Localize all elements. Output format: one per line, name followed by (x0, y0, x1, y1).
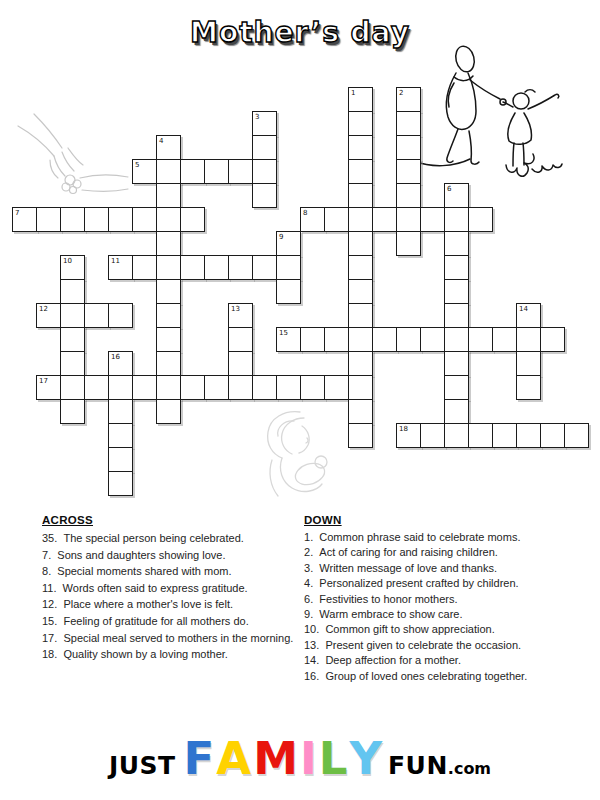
grid-cell[interactable] (156, 183, 181, 208)
grid-cell[interactable] (348, 327, 373, 352)
clue-item: 3Written message of love and thanks. (304, 561, 582, 576)
grid-cell[interactable] (228, 375, 253, 400)
grid-cell[interactable] (204, 375, 229, 400)
grid-cell[interactable] (300, 327, 325, 352)
grid-cell[interactable] (84, 207, 109, 232)
clue-text: Festivities to honor mothers. (319, 593, 457, 605)
clue-number: 18 (42, 648, 63, 660)
grid-cell[interactable] (180, 255, 205, 280)
grid-cell[interactable] (348, 183, 373, 208)
grid-cell[interactable] (324, 327, 349, 352)
grid-cell[interactable] (348, 375, 373, 400)
logo-family-letter: L (319, 736, 348, 781)
grid-cell[interactable] (324, 375, 349, 400)
clue-text: Special meal served to mothers in the mo… (63, 632, 293, 644)
grid-cell[interactable] (60, 303, 85, 328)
clue-number: 11 (42, 582, 63, 594)
grid-cell[interactable] (84, 303, 109, 328)
grid-cell[interactable] (396, 135, 421, 160)
grid-cell[interactable] (180, 159, 205, 184)
clue-number: 10 (304, 623, 325, 635)
clue-number: 35 (42, 532, 63, 544)
grid-cell[interactable] (60, 375, 85, 400)
grid-cell[interactable] (420, 327, 445, 352)
grid-cell[interactable] (252, 183, 277, 208)
grid-cell[interactable] (348, 111, 373, 136)
grid-cell[interactable] (348, 87, 373, 112)
logo-family-letter: I (300, 736, 317, 781)
grid-cell[interactable] (132, 375, 157, 400)
clue-item: 16Group of loved ones celebrating togeth… (304, 669, 582, 684)
grid-cell[interactable] (228, 351, 253, 376)
grid-cell[interactable] (348, 231, 373, 256)
grid-cell[interactable] (444, 231, 469, 256)
grid-cell[interactable] (108, 471, 133, 496)
clue-number: 6 (304, 593, 319, 605)
grid-cell[interactable] (276, 231, 301, 256)
grid-cell[interactable] (348, 423, 373, 448)
grid-cell[interactable] (348, 135, 373, 160)
clue-item: 9Warm embrace to show care. (304, 607, 582, 622)
grid-cell[interactable] (396, 159, 421, 184)
logo-com: .com (448, 759, 491, 778)
clue-item: 35The special person being celebrated. (42, 530, 304, 547)
grid-cell[interactable] (396, 183, 421, 208)
clue-item: 12Place where a mother's love is felt. (42, 596, 304, 613)
grid-cell[interactable] (204, 159, 229, 184)
grid-cell[interactable] (156, 231, 181, 256)
grid-cell[interactable] (468, 327, 493, 352)
logo-family-letter: F (184, 736, 215, 781)
grid-cell[interactable] (108, 375, 133, 400)
down-clues: DOWN 1Common phrase said to celebrate mo… (304, 514, 582, 684)
clue-text: Place where a mother's love is felt. (63, 598, 233, 610)
grid-cell[interactable] (348, 255, 373, 280)
grid-cell[interactable] (60, 351, 85, 376)
grid-cell[interactable] (540, 327, 565, 352)
clue-text: Special moments shared with mom. (57, 565, 231, 577)
clue-text: Common gift to show appreciation. (325, 623, 494, 635)
grid-cell[interactable] (156, 207, 181, 232)
grid-cell[interactable] (108, 447, 133, 472)
grid-cell[interactable] (36, 303, 61, 328)
grid-cell[interactable] (60, 327, 85, 352)
grid-cell[interactable] (276, 279, 301, 304)
grid-cell[interactable] (36, 207, 61, 232)
down-heading: DOWN (304, 514, 582, 526)
grid-cell[interactable] (396, 207, 421, 232)
clue-number: 2 (304, 546, 319, 558)
grid-cell[interactable] (276, 255, 301, 280)
grid-cell[interactable] (348, 399, 373, 424)
grid-cell[interactable] (156, 351, 181, 376)
grid-cell[interactable] (108, 207, 133, 232)
grid-cell[interactable] (204, 255, 229, 280)
grid-cell[interactable] (444, 303, 469, 328)
grid-cell[interactable] (108, 255, 133, 280)
grid-cell[interactable] (348, 303, 373, 328)
grid-cell[interactable] (420, 207, 445, 232)
grid-cell[interactable] (444, 207, 469, 232)
clue-item: 7Sons and daughters showing love. (42, 547, 304, 564)
grid-cell[interactable] (300, 207, 325, 232)
clue-number: 3 (304, 562, 319, 574)
logo-fun: FUN (388, 751, 448, 780)
clue-number: 17 (42, 632, 63, 644)
grid-cell[interactable] (60, 279, 85, 304)
grid-cell[interactable] (156, 375, 181, 400)
clue-item: 14Deep affection for a mother. (304, 653, 582, 668)
clue-text: Warm embrace to show care. (319, 608, 462, 620)
grid-cell[interactable] (228, 255, 253, 280)
grid-cell[interactable] (276, 327, 301, 352)
grid-cell[interactable] (252, 375, 277, 400)
grid-cell[interactable] (156, 327, 181, 352)
clue-item: 11Words often said to express gratitude. (42, 580, 304, 597)
grid-cell[interactable] (252, 111, 277, 136)
grid-cell[interactable] (156, 303, 181, 328)
grid-cell[interactable] (444, 375, 469, 400)
grid-cell[interactable] (108, 303, 133, 328)
logo-family-letter: M (253, 736, 298, 781)
grid-cell[interactable] (444, 423, 469, 448)
clue-number: 16 (304, 670, 325, 682)
clue-item: 10Common gift to show appreciation. (304, 622, 582, 637)
grid-cell[interactable] (396, 327, 421, 352)
grid-cell[interactable] (156, 255, 181, 280)
grid-cell[interactable] (132, 207, 157, 232)
grid-cell[interactable] (228, 303, 253, 328)
grid-cell[interactable] (444, 351, 469, 376)
clue-text: Feeling of gratitude for all mothers do. (63, 615, 248, 627)
grid-cell[interactable] (36, 375, 61, 400)
grid-cell[interactable] (156, 399, 181, 424)
clue-text: Common phrase said to celebrate moms. (319, 531, 520, 543)
clue-text: Personalized present crafted by children… (319, 577, 518, 589)
clue-number: 15 (42, 615, 63, 627)
grid-cell[interactable] (396, 231, 421, 256)
grid-cell[interactable] (60, 207, 85, 232)
grid-cell[interactable] (108, 399, 133, 424)
grid-cell[interactable] (156, 135, 181, 160)
grid-cell[interactable] (348, 159, 373, 184)
clue-item: 2Act of caring for and raising children. (304, 545, 582, 560)
clue-text: Sons and daughters showing love. (57, 549, 225, 561)
grid-cell[interactable] (252, 159, 277, 184)
clue-text: Deep affection for a mother. (325, 654, 461, 666)
clue-item: 13Present given to celebrate the occasio… (304, 638, 582, 653)
across-clue-list: 35The special person being celebrated. 7… (42, 530, 304, 663)
logo-family-letter: Y (349, 736, 382, 781)
grid-cell[interactable] (60, 399, 85, 424)
clue-number: 13 (304, 639, 325, 651)
grid-cell[interactable] (396, 87, 421, 112)
grid-cell[interactable] (396, 423, 421, 448)
grid-cell[interactable] (516, 351, 541, 376)
grid-cell[interactable] (516, 375, 541, 400)
grid-cell[interactable] (516, 303, 541, 328)
clue-text: Present given to celebrate the occasion. (325, 639, 521, 651)
clue-lists: ACROSS 35The special person being celebr… (42, 514, 582, 684)
grid-cell[interactable] (444, 327, 469, 352)
grid-cell[interactable] (180, 207, 205, 232)
grid-cell[interactable] (108, 423, 133, 448)
grid-cell[interactable] (252, 255, 277, 280)
grid-cell[interactable] (60, 255, 85, 280)
grid-cell[interactable] (516, 423, 541, 448)
grid-cell[interactable] (396, 111, 421, 136)
grid-cell[interactable] (372, 207, 397, 232)
clue-text: The special person being celebrated. (63, 532, 243, 544)
grid-cell[interactable] (132, 159, 157, 184)
grid-cell[interactable] (420, 423, 445, 448)
grid-cell[interactable] (84, 375, 109, 400)
site-logo: JUST F A M I L Y FUN .com (0, 736, 600, 781)
clue-item: 6Festivities to honor mothers. (304, 592, 582, 607)
grid-cell[interactable] (228, 327, 253, 352)
grid-cell[interactable] (180, 375, 205, 400)
grid-cell[interactable] (132, 255, 157, 280)
clue-item: 1Common phrase said to celebrate moms. (304, 530, 582, 545)
grid-cell[interactable] (276, 375, 301, 400)
clue-item: 4Personalized present crafted by childre… (304, 576, 582, 591)
clue-text: Act of caring for and raising children. (319, 546, 498, 558)
clue-number: 1 (304, 531, 319, 543)
clue-text: Quality shown by a loving mother. (63, 648, 227, 660)
grid-cell[interactable] (252, 135, 277, 160)
grid-cell[interactable] (156, 279, 181, 304)
grid-cell[interactable] (444, 183, 469, 208)
logo-just: JUST (109, 751, 176, 780)
down-clue-list: 1Common phrase said to celebrate moms. 2… (304, 530, 582, 684)
grid-cell[interactable] (444, 399, 469, 424)
crossword-grid: 123456789101112131415161718 (12, 87, 590, 497)
grid-cell[interactable] (468, 423, 493, 448)
grid-cell[interactable] (444, 255, 469, 280)
grid-cell[interactable] (300, 375, 325, 400)
grid-cell[interactable] (108, 351, 133, 376)
across-heading: ACROSS (42, 514, 304, 526)
grid-cell[interactable] (492, 327, 517, 352)
clue-text: Words often said to express gratitude. (63, 582, 248, 594)
grid-cell[interactable] (564, 423, 589, 448)
clue-number: 8 (42, 565, 57, 577)
grid-cell[interactable] (468, 207, 493, 232)
grid-cell[interactable] (492, 423, 517, 448)
across-clues: ACROSS 35The special person being celebr… (42, 514, 304, 684)
worksheet-page: Mother’s day (0, 0, 600, 800)
grid-cell[interactable] (348, 279, 373, 304)
grid-cell[interactable] (516, 327, 541, 352)
clue-text: Written message of love and thanks. (319, 562, 497, 574)
grid-cell[interactable] (324, 207, 349, 232)
clue-number: 4 (304, 577, 319, 589)
grid-cell[interactable] (348, 207, 373, 232)
grid-cell[interactable] (444, 279, 469, 304)
logo-family-letter: A (216, 736, 251, 781)
clue-number: 12 (42, 598, 63, 610)
clue-item: 18Quality shown by a loving mother. (42, 646, 304, 663)
grid-cell[interactable] (228, 159, 253, 184)
grid-cell[interactable] (348, 351, 373, 376)
clue-number: 7 (42, 549, 57, 561)
clue-item: 17Special meal served to mothers in the … (42, 630, 304, 647)
clue-text: Group of loved ones celebrating together… (325, 670, 527, 682)
clue-item: 15Feeling of gratitude for all mothers d… (42, 613, 304, 630)
grid-cell[interactable] (540, 423, 565, 448)
clue-number: 14 (304, 654, 325, 666)
grid-cell[interactable] (372, 327, 397, 352)
grid-cell[interactable] (12, 207, 37, 232)
grid-cell[interactable] (156, 159, 181, 184)
clue-item: 8Special moments shared with mom. (42, 563, 304, 580)
clue-number: 9 (304, 608, 319, 620)
